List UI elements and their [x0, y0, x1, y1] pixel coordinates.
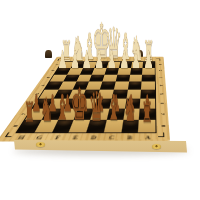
pieces-layer: ♜♞♝♚♛♝♞♜♟♟♟♟♟♟♟♟♟♟♟♟♟♟♟♟♜♞♝♚♛♝♞♜ — [17, 62, 155, 132]
file-label-b: B — [120, 133, 139, 141]
white-pawn-icon: ♟ — [107, 47, 117, 71]
white-pawn-icon: ♟ — [119, 47, 129, 71]
white-pawn-icon: ♟ — [131, 47, 141, 71]
black-knight-icon: ♞ — [124, 94, 137, 126]
rank-label-left-1: 1 — [48, 62, 63, 66]
black-rook-icon: ♜ — [24, 99, 35, 127]
black-rook-icon: ♜ — [141, 99, 152, 127]
chess-board: HGFEDCBA1234567812345678 ♜♞♝♚♛♝♞♜♟♟♟♟♟♟♟… — [0, 57, 170, 142]
board-perspective: HGFEDCBA1234567812345678 ♜♞♝♚♛♝♞♜♟♟♟♟♟♟♟… — [0, 0, 200, 200]
file-label-c: C — [102, 133, 122, 141]
file-label-d: D — [84, 133, 104, 141]
brass-clasp-right-icon — [152, 144, 161, 149]
black-bishop-icon: ♝ — [56, 92, 70, 127]
corner-mark-icon — [156, 59, 160, 61]
rank-label-right-5: 5 — [154, 91, 169, 97]
rank-label-right-8: 8 — [154, 122, 172, 130]
rank-label-left-3: 3 — [38, 75, 54, 80]
white-pawn-icon: ♟ — [82, 47, 92, 71]
rank-label-right-2: 2 — [154, 69, 167, 73]
white-pawn-icon: ♟ — [144, 47, 154, 71]
file-label-h: H — [10, 133, 33, 141]
rank-label-right-6: 6 — [154, 101, 170, 107]
file-label-f: F — [47, 133, 69, 141]
rank-label-left-2: 2 — [44, 69, 59, 73]
corner-mark-icon — [158, 132, 165, 137]
white-pawn-icon: ♟ — [95, 47, 105, 71]
black-bishop-icon: ♝ — [106, 92, 120, 127]
file-label-a: A — [139, 133, 157, 141]
black-king-icon: ♚ — [71, 82, 89, 126]
corner-mark-icon — [5, 132, 15, 137]
file-label-g: G — [28, 133, 50, 141]
rank-label-left-4: 4 — [33, 83, 50, 88]
file-label-e: E — [65, 133, 86, 141]
white-pawn-icon: ♟ — [70, 47, 80, 71]
rank-label-right-7: 7 — [154, 111, 170, 118]
rank-label-right-1: 1 — [154, 62, 166, 66]
rank-label-right-4: 4 — [154, 83, 168, 88]
brass-clasp-left-icon — [36, 142, 45, 147]
rank-label-right-3: 3 — [154, 75, 167, 80]
black-knight-icon: ♞ — [39, 94, 52, 126]
black-queen-icon: ♛ — [88, 86, 104, 126]
chess-set-photo: HGFEDCBA1234567812345678 ♜♞♝♚♛♝♞♜♟♟♟♟♟♟♟… — [0, 0, 200, 200]
